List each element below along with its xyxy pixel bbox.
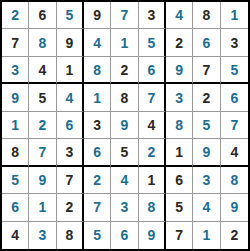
- cell-r6c1[interactable]: 8: [2, 139, 29, 166]
- cell-r6c9[interactable]: 4: [221, 139, 248, 166]
- cell-r8c1[interactable]: 6: [2, 194, 29, 221]
- cell-r5c6[interactable]: 4: [139, 112, 166, 139]
- cell-r6c7[interactable]: 1: [166, 139, 193, 166]
- cell-r1c2[interactable]: 6: [29, 2, 56, 29]
- cell-r7c3[interactable]: 7: [57, 167, 84, 194]
- cell-r8c5[interactable]: 3: [111, 194, 138, 221]
- cell-r9c7[interactable]: 7: [166, 222, 193, 249]
- cell-r7c7[interactable]: 6: [166, 167, 193, 194]
- cell-r3c3[interactable]: 1: [57, 57, 84, 84]
- cell-r1c1[interactable]: 2: [2, 2, 29, 29]
- cell-r3c1[interactable]: 3: [2, 57, 29, 84]
- cell-r1c5[interactable]: 7: [111, 2, 138, 29]
- cell-r8c4[interactable]: 7: [84, 194, 111, 221]
- sudoku-board: 2659734817894152633418269759541873261263…: [0, 0, 250, 251]
- cell-r6c4[interactable]: 6: [84, 139, 111, 166]
- cell-r2c5[interactable]: 1: [111, 29, 138, 56]
- cell-r2c1[interactable]: 7: [2, 29, 29, 56]
- cell-r9c5[interactable]: 6: [111, 222, 138, 249]
- cell-r2c4[interactable]: 4: [84, 29, 111, 56]
- cell-r7c1[interactable]: 5: [2, 167, 29, 194]
- cell-r6c8[interactable]: 9: [193, 139, 220, 166]
- cell-r7c6[interactable]: 1: [139, 167, 166, 194]
- cell-r4c6[interactable]: 7: [139, 84, 166, 111]
- cell-r4c9[interactable]: 6: [221, 84, 248, 111]
- cell-r4c4[interactable]: 1: [84, 84, 111, 111]
- cell-r9c9[interactable]: 2: [221, 222, 248, 249]
- cell-r7c9[interactable]: 8: [221, 167, 248, 194]
- cell-r4c7[interactable]: 3: [166, 84, 193, 111]
- cell-r3c8[interactable]: 7: [193, 57, 220, 84]
- cell-r9c3[interactable]: 8: [57, 222, 84, 249]
- cell-r6c2[interactable]: 7: [29, 139, 56, 166]
- cell-r2c6[interactable]: 5: [139, 29, 166, 56]
- cell-r8c9[interactable]: 9: [221, 194, 248, 221]
- cell-r9c2[interactable]: 3: [29, 222, 56, 249]
- cell-r9c1[interactable]: 4: [2, 222, 29, 249]
- cell-r6c5[interactable]: 5: [111, 139, 138, 166]
- cell-r7c5[interactable]: 4: [111, 167, 138, 194]
- cell-r5c2[interactable]: 2: [29, 112, 56, 139]
- cell-r4c8[interactable]: 2: [193, 84, 220, 111]
- cell-r5c3[interactable]: 6: [57, 112, 84, 139]
- cell-r5c9[interactable]: 7: [221, 112, 248, 139]
- cell-r4c3[interactable]: 4: [57, 84, 84, 111]
- cell-r8c3[interactable]: 2: [57, 194, 84, 221]
- cell-r2c7[interactable]: 2: [166, 29, 193, 56]
- cell-r2c3[interactable]: 9: [57, 29, 84, 56]
- cell-r3c2[interactable]: 4: [29, 57, 56, 84]
- cell-r3c4[interactable]: 8: [84, 57, 111, 84]
- cell-r5c5[interactable]: 9: [111, 112, 138, 139]
- cell-r5c4[interactable]: 3: [84, 112, 111, 139]
- cell-r8c2[interactable]: 1: [29, 194, 56, 221]
- cell-r8c6[interactable]: 8: [139, 194, 166, 221]
- cell-r1c9[interactable]: 1: [221, 2, 248, 29]
- cell-r1c6[interactable]: 3: [139, 2, 166, 29]
- cell-r6c3[interactable]: 3: [57, 139, 84, 166]
- cell-r1c7[interactable]: 4: [166, 2, 193, 29]
- cell-r8c7[interactable]: 5: [166, 194, 193, 221]
- cell-r3c5[interactable]: 2: [111, 57, 138, 84]
- cell-r1c4[interactable]: 9: [84, 2, 111, 29]
- cell-r3c6[interactable]: 6: [139, 57, 166, 84]
- cell-r5c8[interactable]: 5: [193, 112, 220, 139]
- cell-r3c7[interactable]: 9: [166, 57, 193, 84]
- cell-r4c5[interactable]: 8: [111, 84, 138, 111]
- cell-r8c8[interactable]: 4: [193, 194, 220, 221]
- cell-r4c1[interactable]: 9: [2, 84, 29, 111]
- cell-r1c8[interactable]: 8: [193, 2, 220, 29]
- cell-r7c8[interactable]: 3: [193, 167, 220, 194]
- cell-r9c4[interactable]: 5: [84, 222, 111, 249]
- cell-r6c6[interactable]: 2: [139, 139, 166, 166]
- cell-r9c6[interactable]: 9: [139, 222, 166, 249]
- cell-r2c2[interactable]: 8: [29, 29, 56, 56]
- cell-r2c8[interactable]: 6: [193, 29, 220, 56]
- cell-r5c7[interactable]: 8: [166, 112, 193, 139]
- cell-r1c3[interactable]: 5: [57, 2, 84, 29]
- cell-r2c9[interactable]: 3: [221, 29, 248, 56]
- cell-r7c2[interactable]: 9: [29, 167, 56, 194]
- cell-r9c8[interactable]: 1: [193, 222, 220, 249]
- cell-r5c1[interactable]: 1: [2, 112, 29, 139]
- cell-r3c9[interactable]: 5: [221, 57, 248, 84]
- cell-r4c2[interactable]: 5: [29, 84, 56, 111]
- cell-r7c4[interactable]: 2: [84, 167, 111, 194]
